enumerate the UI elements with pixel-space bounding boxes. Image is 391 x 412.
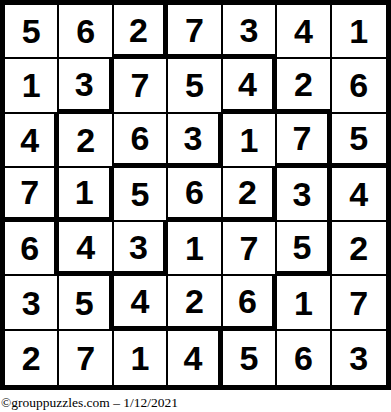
- cell-r5c1: 6: [5, 222, 59, 276]
- digit: 3: [292, 177, 311, 211]
- cell-r1c1: 5: [5, 5, 59, 59]
- digit: 3: [349, 341, 368, 375]
- cell-r4c6: 3: [277, 168, 331, 222]
- digit: 2: [238, 175, 257, 209]
- cell-r3c3: 6: [114, 114, 168, 168]
- digit: 3: [239, 13, 258, 47]
- cell-r7c5: 5: [223, 331, 277, 385]
- digit: 6: [76, 14, 95, 48]
- cell-r3c1: 4: [5, 114, 59, 168]
- cell-r4c3: 5: [114, 168, 168, 222]
- digit: 2: [22, 341, 41, 375]
- digit: 4: [294, 14, 313, 48]
- digit: 6: [20, 231, 39, 265]
- cell-r4c7: 4: [332, 168, 386, 222]
- cell-r5c2: 4: [59, 222, 113, 276]
- cell-r4c2: 1: [59, 168, 113, 222]
- cell-r2c7: 6: [332, 59, 386, 113]
- cell-r4c1: 7: [5, 168, 59, 222]
- digit: 5: [292, 230, 311, 264]
- cell-r6c3: 4: [114, 276, 168, 330]
- digit: 5: [185, 68, 204, 102]
- digit: 4: [76, 230, 95, 264]
- cell-r1c6: 4: [277, 5, 331, 59]
- digit: 4: [184, 341, 203, 375]
- digit: 2: [76, 123, 95, 157]
- digit: 3: [184, 121, 203, 155]
- cell-r5c3: 3: [114, 222, 168, 276]
- digit: 3: [75, 67, 94, 101]
- cell-r2c5: 4: [223, 59, 277, 113]
- cell-r5c5: 7: [223, 222, 277, 276]
- cell-r2c2: 3: [59, 59, 113, 113]
- cell-r6c7: 7: [332, 276, 386, 330]
- digit: 5: [22, 14, 41, 48]
- digit: 2: [129, 13, 148, 47]
- cell-r7c4: 4: [168, 331, 222, 385]
- digit: 6: [185, 175, 204, 209]
- digit: 7: [349, 286, 368, 320]
- digit: 2: [349, 231, 368, 265]
- digit: 7: [20, 175, 39, 209]
- digit: 6: [349, 68, 368, 102]
- cell-r3c4: 3: [168, 114, 222, 168]
- cell-r7c6: 6: [277, 331, 331, 385]
- digit: 4: [131, 284, 150, 318]
- cell-r3c7: 5: [332, 114, 386, 168]
- cell-r1c4: 7: [168, 5, 222, 59]
- digit: 1: [239, 123, 258, 157]
- cell-r1c7: 1: [332, 5, 386, 59]
- digit: 6: [294, 341, 313, 375]
- digit: 7: [131, 68, 150, 102]
- cell-r6c1: 3: [5, 276, 59, 330]
- digit: 2: [185, 284, 204, 318]
- digit: 4: [238, 67, 257, 101]
- cell-r6c6: 1: [277, 276, 331, 330]
- cell-r4c5: 2: [223, 168, 277, 222]
- cell-r2c1: 1: [5, 59, 59, 113]
- cell-r2c4: 5: [168, 59, 222, 113]
- cell-r7c7: 3: [332, 331, 386, 385]
- cell-r7c3: 1: [114, 331, 168, 385]
- digit: 1: [22, 68, 41, 102]
- sudoku-board: 5627341137542642631757156234643175235426…: [0, 0, 391, 390]
- cell-r3c2: 2: [59, 114, 113, 168]
- digit: 7: [185, 13, 204, 47]
- digit: 7: [76, 341, 95, 375]
- digit: 6: [238, 284, 257, 318]
- digit: 7: [292, 121, 311, 155]
- cell-r2c6: 2: [277, 59, 331, 113]
- cell-r1c2: 6: [59, 5, 113, 59]
- cell-r7c1: 2: [5, 331, 59, 385]
- digit: 3: [129, 230, 148, 264]
- copyright-footer: ©grouppuzzles.com – 1/12/2021: [0, 390, 391, 412]
- cell-r4c4: 6: [168, 168, 222, 222]
- digit: 4: [349, 177, 368, 211]
- digit: 1: [131, 341, 150, 375]
- digit: 1: [294, 286, 313, 320]
- digit: 1: [349, 14, 368, 48]
- digit: 2: [294, 67, 313, 101]
- digit: 5: [349, 121, 368, 155]
- digit: 5: [75, 286, 94, 320]
- digit: 6: [131, 121, 150, 155]
- digit: 1: [75, 175, 94, 209]
- digit: 1: [185, 231, 204, 265]
- cell-r3c6: 7: [277, 114, 331, 168]
- cell-r2c3: 7: [114, 59, 168, 113]
- cell-r3c5: 1: [223, 114, 277, 168]
- digit: 7: [239, 231, 258, 265]
- digit: 4: [20, 123, 39, 157]
- cell-r6c4: 2: [168, 276, 222, 330]
- digit: 5: [239, 341, 258, 375]
- digit: 3: [22, 286, 41, 320]
- cell-r7c2: 7: [59, 331, 113, 385]
- cell-r1c3: 2: [114, 5, 168, 59]
- cell-r5c6: 5: [277, 222, 331, 276]
- cell-r6c5: 6: [223, 276, 277, 330]
- cell-r5c7: 2: [332, 222, 386, 276]
- cell-r1c5: 3: [223, 5, 277, 59]
- digit: 5: [131, 177, 150, 211]
- cell-r5c4: 1: [168, 222, 222, 276]
- cell-r6c2: 5: [59, 276, 113, 330]
